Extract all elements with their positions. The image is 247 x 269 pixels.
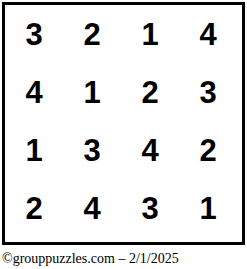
- cell-r2c1: 4: [5, 63, 64, 124]
- cell-r3c4: 2: [179, 121, 237, 180]
- cell-r1c2: 2: [63, 5, 124, 64]
- cell-r4c3: 3: [121, 179, 180, 237]
- cell-r3c3: 4: [121, 121, 180, 180]
- cell-r1c4: 4: [179, 5, 237, 64]
- cell-r4c2: 4: [63, 179, 124, 237]
- cell-r2c3: 2: [121, 63, 180, 124]
- cell-r1c1: 3: [5, 5, 64, 64]
- cell-r3c2: 3: [63, 121, 124, 180]
- copyright-footer: ©grouppuzzles.com – 2/1/2025: [2, 251, 247, 267]
- sudoku-board: 3 2 1 4 4 1 2 3 1 3 4 2 2 4 3 1: [2, 2, 245, 245]
- cell-r4c1: 2: [5, 179, 64, 237]
- cell-r1c3: 1: [121, 5, 180, 64]
- cell-r3c1: 1: [5, 121, 64, 180]
- cell-r2c2: 1: [63, 63, 124, 124]
- cell-r2c4: 3: [179, 63, 237, 124]
- cell-r4c4: 1: [179, 179, 237, 237]
